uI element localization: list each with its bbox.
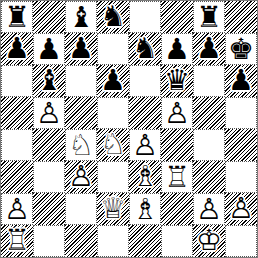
black-pawn-glyph: ♟ [97, 64, 129, 96]
white-bishop: ♝♗ [129, 161, 161, 193]
square-f8[interactable] [161, 1, 193, 33]
black-knight-halo: ♞ [129, 32, 161, 64]
black-pawn: ♟♟ [193, 33, 225, 65]
square-e3[interactable]: ♝♗ [129, 161, 161, 193]
square-b5[interactable]: ♟♙ [33, 97, 65, 129]
square-h8[interactable] [225, 1, 257, 33]
white-pawn-halo: ♟ [162, 97, 192, 129]
black-queen-glyph: ♛ [161, 64, 193, 96]
white-pawn-glyph: ♙ [162, 97, 192, 129]
square-h5[interactable] [225, 97, 257, 129]
white-queen: ♛♕ [97, 193, 129, 225]
black-bishop-glyph: ♝ [33, 64, 65, 96]
white-pawn-halo: ♟ [225, 192, 257, 224]
square-g4[interactable] [193, 129, 225, 161]
square-a2[interactable]: ♟♙ [1, 193, 33, 225]
white-bishop: ♝♗ [130, 194, 160, 224]
square-a5[interactable] [1, 97, 33, 129]
square-e5[interactable] [129, 97, 161, 129]
white-king: ♚♔ [193, 225, 225, 257]
black-rook-glyph: ♜ [2, 1, 32, 33]
white-pawn-glyph: ♙ [34, 97, 64, 129]
white-queen-glyph: ♕ [97, 192, 129, 224]
black-rook-glyph: ♜ [194, 1, 224, 33]
black-pawn: ♟♟ [225, 65, 257, 97]
white-bishop-glyph: ♗ [130, 193, 160, 225]
black-pawn: ♟♟ [162, 34, 192, 64]
white-pawn: ♟♙ [2, 194, 32, 224]
black-bishop-halo: ♝ [33, 64, 65, 96]
black-pawn-halo: ♟ [193, 32, 225, 64]
black-pawn-glyph: ♟ [1, 32, 33, 64]
square-b2[interactable] [33, 193, 65, 225]
white-pawn-halo: ♟ [34, 97, 64, 129]
white-pawn-halo: ♟ [2, 193, 32, 225]
square-d4[interactable]: ♞♘ [97, 129, 129, 161]
square-e6[interactable] [129, 65, 161, 97]
square-h3[interactable] [225, 161, 257, 193]
square-e2[interactable]: ♝♗ [129, 193, 161, 225]
white-knight-glyph: ♘ [66, 129, 96, 161]
square-g8[interactable]: ♜♜ [193, 1, 225, 33]
black-bishop-glyph: ♝ [66, 1, 96, 33]
square-g2[interactable]: ♟♙ [193, 193, 225, 225]
square-b1[interactable] [33, 225, 65, 257]
white-pawn: ♟♙ [162, 98, 192, 128]
square-a6[interactable] [1, 65, 33, 97]
black-rook-halo: ♜ [2, 1, 32, 33]
square-d5[interactable] [97, 97, 129, 129]
square-d2[interactable]: ♛♕ [97, 193, 129, 225]
black-king: ♚♚ [226, 34, 256, 64]
black-pawn-glyph: ♟ [65, 32, 97, 64]
square-h7[interactable]: ♚♚ [225, 33, 257, 65]
square-e8[interactable] [129, 1, 161, 33]
square-c8[interactable]: ♝♝ [65, 1, 97, 33]
black-knight-glyph: ♞ [129, 32, 161, 64]
white-bishop-halo: ♝ [130, 193, 160, 225]
white-knight: ♞♘ [97, 129, 129, 161]
square-b4[interactable] [33, 129, 65, 161]
white-rook: ♜♖ [162, 162, 192, 192]
chess-diagram: ♜♜♝♝♞♞♜♜♟♟♟♟♟♟♞♞♟♟♟♟♚♚♝♝♟♟♛♛♟♟♟♙♟♙♞♘♞♘♟♙… [0, 0, 258, 258]
black-bishop-halo: ♝ [66, 1, 96, 33]
black-pawn: ♟♟ [34, 34, 64, 64]
white-pawn-glyph: ♙ [65, 160, 97, 192]
chess-board: ♜♜♝♝♞♞♜♜♟♟♟♟♟♟♞♞♟♟♟♟♚♚♝♝♟♟♛♛♟♟♟♙♟♙♞♘♞♘♟♙… [1, 1, 257, 257]
square-b3[interactable] [33, 161, 65, 193]
square-d7[interactable] [97, 33, 129, 65]
white-rook: ♜♖ [1, 225, 33, 257]
white-rook-glyph: ♖ [162, 161, 192, 193]
white-knight-halo: ♞ [66, 129, 96, 161]
black-pawn-halo: ♟ [1, 32, 33, 64]
square-c6[interactable] [65, 65, 97, 97]
square-f1[interactable] [161, 225, 193, 257]
square-e7[interactable]: ♞♞ [129, 33, 161, 65]
square-d3[interactable] [97, 161, 129, 193]
white-bishop-halo: ♝ [129, 160, 161, 192]
white-pawn-glyph: ♙ [225, 192, 257, 224]
square-f2[interactable] [161, 193, 193, 225]
white-pawn-glyph: ♙ [130, 129, 160, 161]
white-pawn-glyph: ♙ [2, 193, 32, 225]
white-pawn-halo: ♟ [65, 160, 97, 192]
white-rook-halo: ♜ [1, 224, 33, 256]
black-pawn-halo: ♟ [97, 64, 129, 96]
black-knight-glyph: ♞ [97, 0, 129, 32]
black-rook-halo: ♜ [194, 1, 224, 33]
square-c7[interactable]: ♟♟ [65, 33, 97, 65]
black-bishop: ♝♝ [33, 65, 65, 97]
square-c1[interactable] [65, 225, 97, 257]
square-f3[interactable]: ♜♖ [161, 161, 193, 193]
black-king-glyph: ♚ [226, 33, 256, 65]
square-g3[interactable] [193, 161, 225, 193]
black-pawn-halo: ♟ [225, 64, 257, 96]
black-queen: ♛♛ [161, 65, 193, 97]
square-h2[interactable]: ♟♙ [225, 193, 257, 225]
white-pawn-glyph: ♙ [194, 193, 224, 225]
black-rook: ♜♜ [194, 2, 224, 32]
square-h4[interactable] [225, 129, 257, 161]
white-bishop-glyph: ♗ [129, 160, 161, 192]
square-h1[interactable] [225, 225, 257, 257]
black-knight: ♞♞ [97, 1, 129, 33]
square-f5[interactable]: ♟♙ [161, 97, 193, 129]
black-rook: ♜♜ [2, 2, 32, 32]
square-a3[interactable] [1, 161, 33, 193]
white-king-glyph: ♔ [193, 224, 225, 256]
white-knight-halo: ♞ [97, 128, 129, 160]
square-f6[interactable]: ♛♛ [161, 65, 193, 97]
square-f4[interactable] [161, 129, 193, 161]
black-knight: ♞♞ [129, 33, 161, 65]
black-pawn-glyph: ♟ [34, 33, 64, 65]
square-b7[interactable]: ♟♟ [33, 33, 65, 65]
black-pawn: ♟♟ [1, 33, 33, 65]
black-pawn-glyph: ♟ [193, 32, 225, 64]
white-pawn: ♟♙ [130, 130, 160, 160]
square-g1[interactable]: ♚♔ [193, 225, 225, 257]
square-e4[interactable]: ♟♙ [129, 129, 161, 161]
black-knight-halo: ♞ [97, 0, 129, 32]
square-d8[interactable]: ♞♞ [97, 1, 129, 33]
white-king-halo: ♚ [193, 224, 225, 256]
square-g7[interactable]: ♟♟ [193, 33, 225, 65]
square-b8[interactable] [33, 1, 65, 33]
square-d1[interactable] [97, 225, 129, 257]
black-pawn: ♟♟ [97, 65, 129, 97]
white-pawn-halo: ♟ [130, 129, 160, 161]
white-knight-glyph: ♘ [97, 128, 129, 160]
square-c4[interactable]: ♞♘ [65, 129, 97, 161]
square-a1[interactable]: ♜♖ [1, 225, 33, 257]
square-f7[interactable]: ♟♟ [161, 33, 193, 65]
white-pawn: ♟♙ [225, 193, 257, 225]
black-pawn-halo: ♟ [34, 33, 64, 65]
square-h6[interactable]: ♟♟ [225, 65, 257, 97]
square-e1[interactable] [129, 225, 161, 257]
white-rook-glyph: ♖ [1, 224, 33, 256]
black-pawn-glyph: ♟ [162, 33, 192, 65]
square-a8[interactable]: ♜♜ [1, 1, 33, 33]
white-pawn: ♟♙ [34, 98, 64, 128]
white-queen-halo: ♛ [97, 192, 129, 224]
white-pawn: ♟♙ [194, 194, 224, 224]
white-knight: ♞♘ [66, 130, 96, 160]
black-pawn: ♟♟ [65, 33, 97, 65]
black-pawn-halo: ♟ [65, 32, 97, 64]
square-g6[interactable] [193, 65, 225, 97]
square-b6[interactable]: ♝♝ [33, 65, 65, 97]
black-pawn-glyph: ♟ [225, 64, 257, 96]
white-rook-halo: ♜ [162, 161, 192, 193]
square-c5[interactable] [65, 97, 97, 129]
black-king-halo: ♚ [226, 33, 256, 65]
square-g5[interactable] [193, 97, 225, 129]
square-a4[interactable] [1, 129, 33, 161]
square-c3[interactable]: ♟♙ [65, 161, 97, 193]
black-bishop: ♝♝ [66, 2, 96, 32]
white-pawn-halo: ♟ [194, 193, 224, 225]
square-c2[interactable] [65, 193, 97, 225]
square-d6[interactable]: ♟♟ [97, 65, 129, 97]
black-pawn-halo: ♟ [162, 33, 192, 65]
black-queen-halo: ♛ [161, 64, 193, 96]
square-a7[interactable]: ♟♟ [1, 33, 33, 65]
white-pawn: ♟♙ [65, 161, 97, 193]
